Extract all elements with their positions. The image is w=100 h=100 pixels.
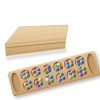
gem-blue — [57, 77, 62, 82]
gem-green — [28, 83, 33, 88]
gem-green — [25, 73, 30, 78]
storage-box — [0, 18, 74, 64]
gem-blue — [80, 60, 85, 65]
gem-blue — [36, 70, 41, 75]
gem-green — [72, 73, 77, 78]
scene — [0, 0, 100, 100]
pit-cell — [76, 65, 89, 78]
pit-south-5[interactable] — [66, 69, 78, 81]
gem-green — [69, 62, 74, 67]
gem-blue — [55, 67, 60, 72]
gem-red — [82, 70, 87, 75]
gem-blue — [39, 81, 44, 86]
pit-south-1[interactable] — [22, 79, 34, 91]
pit-south-6[interactable] — [77, 66, 89, 78]
